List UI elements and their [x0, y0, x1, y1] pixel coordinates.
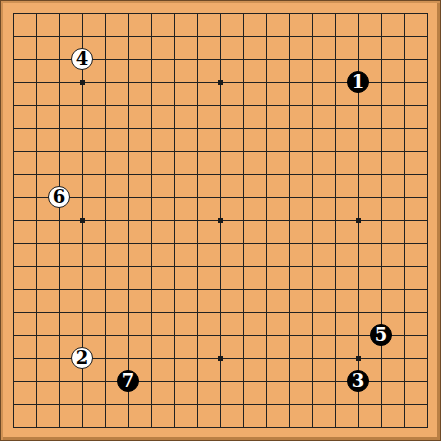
stone-white-move-2: 2 — [71, 347, 93, 369]
stone-black-move-5: 5 — [370, 324, 392, 346]
stone-black-move-3: 3 — [347, 370, 369, 392]
go-board: 1234567 — [0, 0, 441, 441]
stones-grid: 1234567 — [2, 2, 439, 439]
stone-black-move-1: 1 — [347, 71, 369, 93]
stone-white-move-4: 4 — [71, 48, 93, 70]
stone-white-move-6: 6 — [48, 186, 70, 208]
stone-black-move-7: 7 — [117, 370, 139, 392]
